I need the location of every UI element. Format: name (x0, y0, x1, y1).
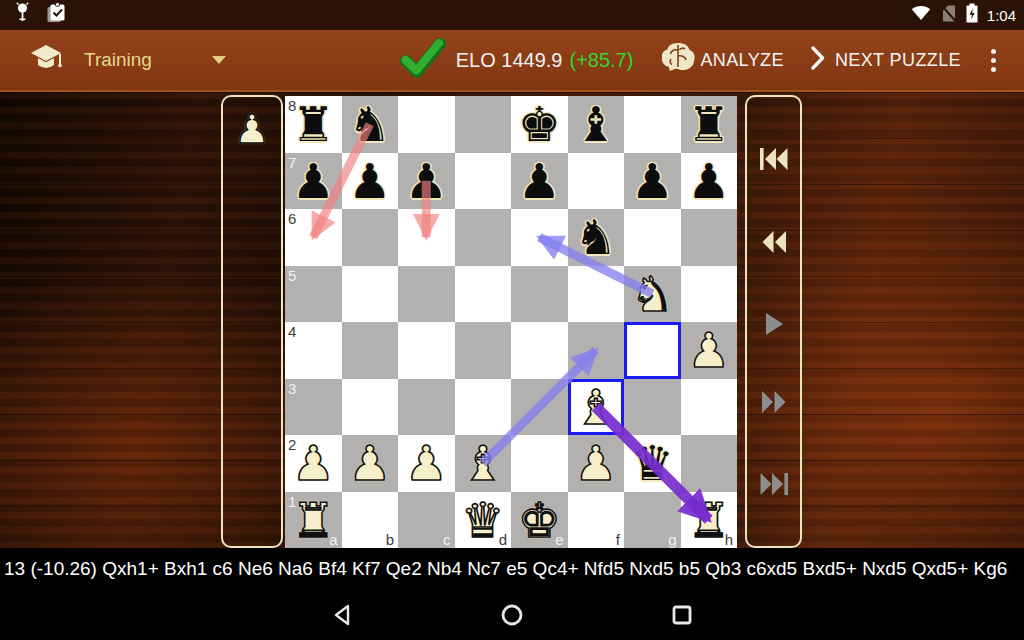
piece-black-p-a7[interactable]: ♟ (285, 153, 342, 210)
square-c3[interactable] (398, 379, 455, 436)
android-back-button[interactable] (330, 603, 354, 627)
highlight-square-g4 (624, 322, 681, 379)
square-a3[interactable]: 3 (285, 379, 342, 436)
android-home-button[interactable] (500, 603, 524, 627)
square-h1[interactable]: h♜ (681, 492, 738, 549)
square-e7[interactable]: ♟ (511, 153, 568, 210)
square-g6[interactable] (624, 209, 681, 266)
analyze-button[interactable]: ANALYZE (659, 41, 784, 80)
overflow-menu-button[interactable] (987, 45, 1000, 76)
piece-black-p-g7[interactable]: ♟ (624, 153, 681, 210)
no-sim-icon (939, 3, 959, 27)
rank-label: 5 (288, 267, 296, 284)
square-c8[interactable] (398, 96, 455, 153)
graduation-cap-icon (28, 42, 64, 78)
square-f2[interactable]: ♟ (568, 435, 625, 492)
play-button[interactable] (763, 311, 785, 341)
square-e8[interactable]: ♚ (511, 96, 568, 153)
chess-board[interactable]: 8♜♞♚♝♜7♟♟♟♟♟♟6♞5♞4♟3♝2♟♟♟♝♟♛1a♜bcd♛e♚fgh… (285, 96, 737, 548)
rank-label: 6 (288, 210, 296, 227)
square-f5[interactable] (568, 266, 625, 323)
square-b2[interactable]: ♟ (342, 435, 399, 492)
move-nav-panel (745, 95, 802, 548)
status-bar: 1:04 (0, 0, 1024, 30)
piece-black-p-h7[interactable]: ♟ (681, 153, 738, 210)
rank-label: 3 (288, 380, 296, 397)
square-a2[interactable]: 2♟ (285, 435, 342, 492)
android-recents-button[interactable] (670, 603, 694, 627)
chevron-down-icon (212, 56, 226, 64)
piece-white-p-b2[interactable]: ♟ (342, 435, 399, 492)
square-h6[interactable] (681, 209, 738, 266)
piece-white-b-d2[interactable]: ♝ (455, 435, 512, 492)
square-f7[interactable] (568, 153, 625, 210)
piece-white-p-a2[interactable]: ♟ (285, 435, 342, 492)
piece-black-p-e7[interactable]: ♟ (511, 153, 568, 210)
square-b4[interactable] (342, 322, 399, 379)
square-g2[interactable]: ♛ (624, 435, 681, 492)
square-b7[interactable]: ♟ (342, 153, 399, 210)
piece-white-p-c2[interactable]: ♟ (398, 435, 455, 492)
clipboard-check-icon (45, 2, 67, 28)
square-d2[interactable]: ♝ (455, 435, 512, 492)
square-e1[interactable]: e♚ (511, 492, 568, 549)
file-label: f (616, 531, 620, 548)
piece-white-n-g5[interactable]: ♞ (624, 266, 681, 323)
mode-label: Training (84, 49, 152, 71)
square-a1[interactable]: 1a♜ (285, 492, 342, 549)
wifi-icon (909, 3, 933, 27)
app-toolbar: Training ELO 1449.9 (+85.7) ANALYZE (0, 30, 1024, 92)
square-c4[interactable] (398, 322, 455, 379)
square-g3[interactable] (624, 379, 681, 436)
square-c2[interactable]: ♟ (398, 435, 455, 492)
square-a5[interactable]: 5 (285, 266, 342, 323)
square-c6[interactable] (398, 209, 455, 266)
mode-selector[interactable]: Training (0, 42, 226, 78)
piece-black-p-b7[interactable]: ♟ (342, 153, 399, 210)
square-b8[interactable]: ♞ (342, 96, 399, 153)
piece-white-q-d1[interactable]: ♛ (455, 492, 512, 549)
square-a6[interactable]: 6 (285, 209, 342, 266)
square-b1[interactable]: b (342, 492, 399, 549)
square-e3[interactable] (511, 379, 568, 436)
piece-black-k-e8[interactable]: ♚ (511, 96, 568, 153)
chevron-right-icon (810, 46, 825, 75)
square-c5[interactable] (398, 266, 455, 323)
square-h7[interactable]: ♟ (681, 153, 738, 210)
square-h4[interactable]: ♟ (681, 322, 738, 379)
square-f6[interactable]: ♞ (568, 209, 625, 266)
step-back-button[interactable] (760, 229, 788, 259)
file-label: g (668, 531, 676, 548)
file-label: c (443, 531, 451, 548)
square-g8[interactable] (624, 96, 681, 153)
step-forward-button[interactable] (760, 389, 788, 419)
elo-delta: (+85.7) (569, 49, 633, 72)
clock-time: 1:04 (985, 7, 1016, 24)
square-e6[interactable] (511, 209, 568, 266)
square-d8[interactable] (455, 96, 512, 153)
square-c1[interactable]: c (398, 492, 455, 549)
battery-charging-icon (965, 2, 979, 28)
square-b3[interactable] (342, 379, 399, 436)
file-label: b (386, 531, 394, 548)
rank-label: 4 (288, 323, 296, 340)
piece-white-r-h1[interactable]: ♜ (681, 492, 738, 549)
android-nav-bar (0, 590, 1024, 640)
square-b5[interactable] (342, 266, 399, 323)
app-screen: 1:04 Training ELO 144 (0, 0, 1024, 640)
square-d5[interactable] (455, 266, 512, 323)
square-d1[interactable]: d♛ (455, 492, 512, 549)
skip-to-end-button[interactable] (758, 471, 789, 501)
square-h3[interactable] (681, 379, 738, 436)
piece-black-r-a8[interactable]: ♜ (285, 96, 342, 153)
square-b6[interactable] (342, 209, 399, 266)
captured-white-pawn: ♟ (234, 103, 270, 546)
square-g1[interactable]: g (624, 492, 681, 549)
square-e4[interactable] (511, 322, 568, 379)
square-d6[interactable] (455, 209, 512, 266)
brain-icon (659, 41, 697, 80)
square-h2[interactable] (681, 435, 738, 492)
piece-black-q-g2[interactable]: ♛ (624, 435, 681, 492)
next-puzzle-label: NEXT PUZZLE (835, 50, 961, 71)
square-f8[interactable]: ♝ (568, 96, 625, 153)
piece-black-b-f8[interactable]: ♝ (568, 96, 625, 153)
square-a8[interactable]: 8♜ (285, 96, 342, 153)
piece-white-r-a1[interactable]: ♜ (285, 492, 342, 549)
square-a7[interactable]: 7♟ (285, 153, 342, 210)
square-d7[interactable] (455, 153, 512, 210)
square-a4[interactable]: 4 (285, 322, 342, 379)
piece-black-p-c7[interactable]: ♟ (398, 153, 455, 210)
square-c7[interactable]: ♟ (398, 153, 455, 210)
piece-black-n-f6[interactable]: ♞ (568, 209, 625, 266)
square-g5[interactable]: ♞ (624, 266, 681, 323)
next-puzzle-button[interactable]: NEXT PUZZLE (810, 46, 961, 75)
square-h8[interactable]: ♜ (681, 96, 738, 153)
captured-pieces-tray: ♟ (221, 95, 283, 548)
piece-black-n-b8[interactable]: ♞ (342, 96, 399, 153)
highlight-square-f3 (568, 379, 625, 436)
square-g7[interactable]: ♟ (624, 153, 681, 210)
square-e2[interactable] (511, 435, 568, 492)
elo-rating: ELO 1449.9 (456, 49, 563, 72)
square-f1[interactable]: f (568, 492, 625, 549)
piece-white-k-e1[interactable]: ♚ (511, 492, 568, 549)
green-checkmark-icon (398, 37, 446, 83)
square-d3[interactable] (455, 379, 512, 436)
usb-debug-icon (14, 2, 31, 28)
skip-to-start-button[interactable] (758, 146, 789, 176)
square-h5[interactable] (681, 266, 738, 323)
square-e5[interactable] (511, 266, 568, 323)
square-d4[interactable] (455, 322, 512, 379)
analyze-label: ANALYZE (700, 50, 784, 71)
piece-white-p-f2[interactable]: ♟ (568, 435, 625, 492)
engine-analysis-line[interactable]: 13 (-10.26) Qxh1+ Bxh1 c6 Ne6 Na6 Bf4 Kf… (0, 548, 1024, 590)
square-f4[interactable] (568, 322, 625, 379)
piece-white-p-h4[interactable]: ♟ (681, 322, 738, 379)
piece-black-r-h8[interactable]: ♜ (681, 96, 738, 153)
